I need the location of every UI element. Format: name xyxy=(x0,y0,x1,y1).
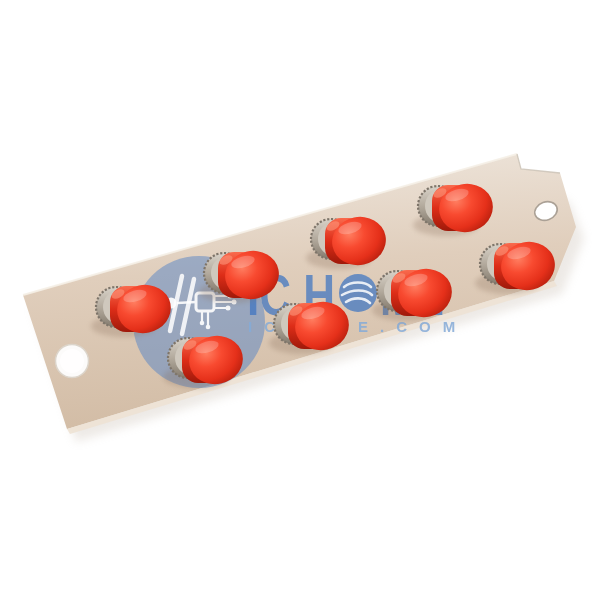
product-photo-stage: IC H ME ICHOME.COM xyxy=(0,0,600,600)
fiber-adapter-panel-photo: IC H ME ICHOME.COM xyxy=(0,0,600,600)
watermark-title-o-ball xyxy=(339,274,377,312)
